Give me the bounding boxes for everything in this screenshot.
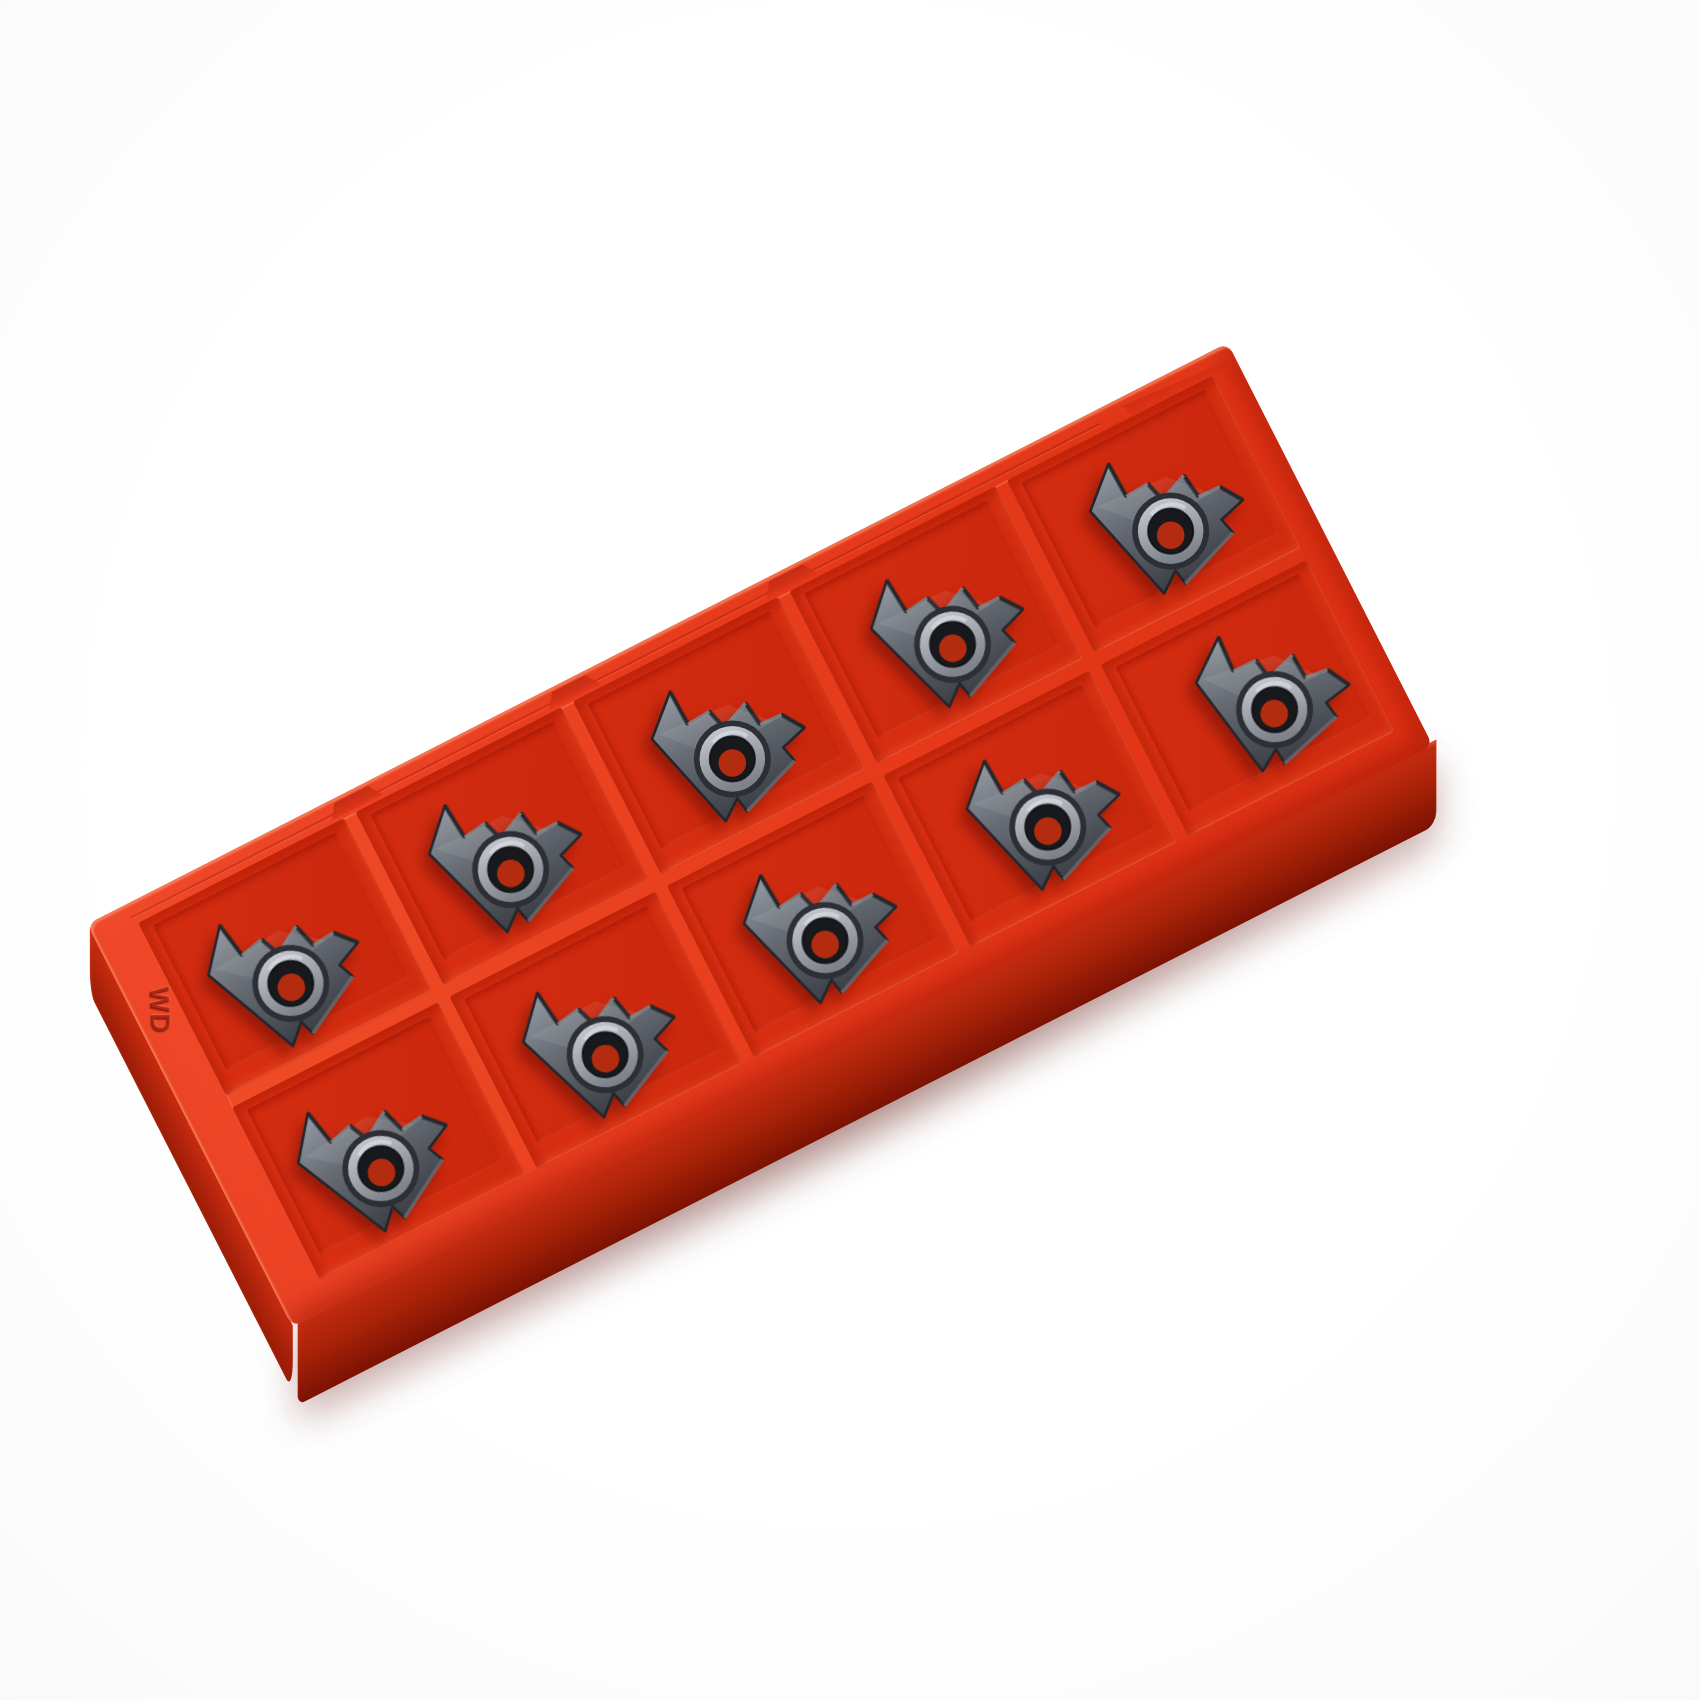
carbide-insert (861, 561, 1033, 720)
embossed-brand: WD (143, 986, 175, 1021)
carbide-insert-graphic (959, 747, 1126, 901)
carbide-insert (420, 786, 592, 945)
carbide-insert-graphic (1181, 624, 1358, 789)
carbide-insert-graphic (512, 969, 689, 1134)
carbide-insert-graphic (861, 561, 1033, 720)
carbide-insert-graphic (1083, 452, 1247, 603)
carbide-insert-graphic (645, 680, 809, 831)
carbide-insert (959, 747, 1126, 901)
carbide-insert (735, 859, 904, 1016)
carbide-insert-graphic (282, 1077, 470, 1254)
product-photo: WD (0, 0, 1700, 1700)
carbide-insert-graphic (420, 786, 592, 945)
carbide-insert (1181, 624, 1358, 789)
carbide-insert (194, 894, 377, 1066)
carbide-insert-graphic (735, 859, 904, 1016)
carbide-insert-graphic (194, 894, 377, 1066)
carbide-insert (1083, 452, 1247, 603)
carbide-insert (512, 969, 689, 1134)
carbide-insert (282, 1077, 470, 1254)
carbide-insert (645, 680, 809, 831)
